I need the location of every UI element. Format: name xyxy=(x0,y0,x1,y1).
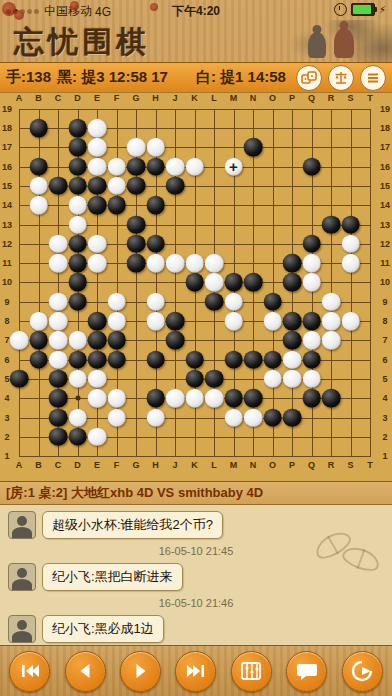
col-label-top: R xyxy=(328,93,335,103)
grid-line xyxy=(273,109,274,457)
black-stone-M4 xyxy=(224,389,243,408)
row-label-right: 6 xyxy=(382,355,387,365)
black-stone-Q8 xyxy=(302,312,321,331)
row-label-right: 5 xyxy=(382,374,387,384)
go-board[interactable]: AA1919BB1818CC1717DD1616EE1515FF1414GG13… xyxy=(0,92,392,481)
white-stone-L4 xyxy=(205,389,224,408)
white-stone-D14 xyxy=(68,196,87,215)
black-stone-R4 xyxy=(322,389,341,408)
user-avatar[interactable] xyxy=(8,563,36,591)
row-label-left: 6 xyxy=(4,355,9,365)
white-stone-E16 xyxy=(88,157,107,176)
white-stone-R7 xyxy=(322,331,341,350)
white-stone-E12 xyxy=(88,235,107,254)
black-stone-B6 xyxy=(29,350,48,369)
battery-icon xyxy=(351,3,375,16)
col-label-top: Q xyxy=(308,93,315,103)
black-stone-Q16 xyxy=(302,157,321,176)
grid-line xyxy=(19,456,371,457)
white-stone-F4 xyxy=(107,389,126,408)
white-stone-F8 xyxy=(107,312,126,331)
blossom-decoration xyxy=(150,3,158,11)
white-stone-L11 xyxy=(205,254,224,273)
white-stone-M8 xyxy=(224,312,243,331)
black-stone-C2 xyxy=(49,428,68,447)
blossom-decoration xyxy=(70,1,79,10)
white-stone-J16 xyxy=(166,157,185,176)
col-label-top: A xyxy=(16,93,23,103)
col-label-bottom: J xyxy=(172,460,177,470)
black-stone-J7 xyxy=(166,331,185,350)
col-label-top: M xyxy=(230,93,238,103)
alarm-icon xyxy=(334,3,347,16)
black-stone-D18 xyxy=(68,119,87,138)
row-label-left: 17 xyxy=(2,142,12,152)
chat-message-row: 纪小飞:黑必成1边 xyxy=(8,615,384,643)
star-point xyxy=(75,396,80,401)
col-label-bottom: Q xyxy=(308,460,315,470)
black-stone-N6 xyxy=(244,350,263,369)
white-stone-M16: + xyxy=(224,157,243,176)
black-stone-E8 xyxy=(88,312,107,331)
row-label-right: 12 xyxy=(380,239,390,249)
white-stone-K16 xyxy=(185,157,204,176)
col-label-bottom: K xyxy=(191,460,198,470)
col-label-top: T xyxy=(367,93,373,103)
chat-panel[interactable]: 超级小水杯:谁能给我2个币?16-05-10 21:45纪小飞:黑把白断进来16… xyxy=(0,505,392,645)
black-stone-H14 xyxy=(146,196,165,215)
row-label-left: 18 xyxy=(2,123,12,133)
white-stone-M3 xyxy=(224,408,243,427)
col-label-top: B xyxy=(35,93,42,103)
row-label-left: 19 xyxy=(2,104,12,114)
black-stone-F14 xyxy=(107,196,126,215)
col-label-bottom: L xyxy=(211,460,217,470)
white-stone-C8 xyxy=(49,312,68,331)
row-label-right: 9 xyxy=(382,297,387,307)
black-stone-H12 xyxy=(146,235,165,254)
black-stone-C3 xyxy=(49,408,68,427)
count-board-button[interactable] xyxy=(231,651,272,692)
black-stone-E14 xyxy=(88,196,107,215)
black-stone-P10 xyxy=(283,273,302,292)
row-label-right: 16 xyxy=(380,162,390,172)
col-label-bottom: R xyxy=(328,460,335,470)
black-stone-A5 xyxy=(10,370,29,389)
white-stone-E18 xyxy=(88,119,107,138)
black-stone-J15 xyxy=(166,177,185,196)
white-stone-H9 xyxy=(146,292,165,311)
black-stone-O9 xyxy=(263,292,282,311)
row-label-right: 11 xyxy=(380,258,390,268)
dice-icon[interactable] xyxy=(296,65,322,91)
row-label-right: 15 xyxy=(380,181,390,191)
white-stone-J11 xyxy=(166,254,185,273)
white-stone-C6 xyxy=(49,350,68,369)
blossom-decoration xyxy=(14,10,24,20)
white-stone-C7 xyxy=(49,331,68,350)
white-stone-H8 xyxy=(146,312,165,331)
room-match-label: [房:1 桌:2] 大地红xhb 4D VS smithbaby 4D xyxy=(6,484,263,502)
chat-timestamp: 16-05-10 21:46 xyxy=(0,597,392,609)
painting-figure xyxy=(334,28,354,58)
white-stone-D3 xyxy=(68,408,87,427)
black-stone-B7 xyxy=(29,331,48,350)
white-stone-S12 xyxy=(341,235,360,254)
row-label-left: 8 xyxy=(4,316,9,326)
black-stone-Q12 xyxy=(302,235,321,254)
row-label-left: 1 xyxy=(4,451,9,461)
col-label-top: F xyxy=(114,93,120,103)
col-label-bottom: B xyxy=(35,460,42,470)
black-stone-J8 xyxy=(166,312,185,331)
exit-button[interactable] xyxy=(342,651,383,692)
white-stone-K11 xyxy=(185,254,204,273)
white-stone-B8 xyxy=(29,312,48,331)
white-stone-H3 xyxy=(146,408,165,427)
white-stone-Q7 xyxy=(302,331,321,350)
white-stone-A7 xyxy=(10,331,29,350)
white-stone-P5 xyxy=(283,370,302,389)
row-label-left: 9 xyxy=(4,297,9,307)
col-label-bottom: M xyxy=(230,460,238,470)
white-player-info: 白: 提1 14:58 xyxy=(196,68,286,87)
col-label-bottom: O xyxy=(269,460,276,470)
row-label-left: 2 xyxy=(4,432,9,442)
col-label-top: L xyxy=(211,93,217,103)
row-label-left: 3 xyxy=(4,413,9,423)
white-stone-L10 xyxy=(205,273,224,292)
black-stone-G12 xyxy=(127,235,146,254)
col-label-top: N xyxy=(250,93,257,103)
black-stone-C4 xyxy=(49,389,68,408)
white-stone-Q11 xyxy=(302,254,321,273)
white-stone-O5 xyxy=(263,370,282,389)
ink-painting xyxy=(212,20,392,62)
scales-icon[interactable] xyxy=(328,65,354,91)
app-title: 忘忧围棋 xyxy=(14,22,150,62)
white-stone-E4 xyxy=(88,389,107,408)
black-stone-S13 xyxy=(341,215,360,234)
row-label-right: 19 xyxy=(380,104,390,114)
white-stone-O8 xyxy=(263,312,282,331)
step-backward-button[interactable] xyxy=(65,651,106,692)
menu-icon[interactable] xyxy=(360,65,386,91)
grid-line xyxy=(370,109,371,457)
row-label-right: 1 xyxy=(382,451,387,461)
black-stone-G13 xyxy=(127,215,146,234)
col-label-bottom: P xyxy=(289,460,295,470)
row-label-left: 14 xyxy=(2,200,12,210)
black-stone-H16 xyxy=(146,157,165,176)
white-stone-C12 xyxy=(49,235,68,254)
chat-bubble: 超级小水杯:谁能给我2个币? xyxy=(42,511,223,539)
row-label-right: 10 xyxy=(380,277,390,287)
col-label-bottom: S xyxy=(347,460,353,470)
col-label-bottom: N xyxy=(250,460,257,470)
bottom-toolbar xyxy=(0,645,392,696)
row-label-left: 4 xyxy=(4,393,9,403)
white-stone-G17 xyxy=(127,138,146,157)
black-stone-D12 xyxy=(68,235,87,254)
black-stone-M10 xyxy=(224,273,243,292)
row-label-left: 15 xyxy=(2,181,12,191)
black-stone-P3 xyxy=(283,408,302,427)
col-label-top: D xyxy=(74,93,81,103)
col-label-bottom: D xyxy=(74,460,81,470)
chat-message-row: 超级小水杯:谁能给我2个币? xyxy=(8,511,384,539)
black-stone-C15 xyxy=(49,177,68,196)
col-label-bottom: T xyxy=(367,460,373,470)
col-label-bottom: E xyxy=(94,460,100,470)
white-stone-R8 xyxy=(322,312,341,331)
chat-bubble: 纪小飞:黑必成1边 xyxy=(42,615,164,643)
black-stone-P7 xyxy=(283,331,302,350)
row-label-right: 8 xyxy=(382,316,387,326)
white-stone-F16 xyxy=(107,157,126,176)
white-stone-Q5 xyxy=(302,370,321,389)
black-stone-L9 xyxy=(205,292,224,311)
black-stone-D10 xyxy=(68,273,87,292)
black-stone-K6 xyxy=(185,350,204,369)
white-stone-B15 xyxy=(29,177,48,196)
black-stone-D2 xyxy=(68,428,87,447)
black-stone-E6 xyxy=(88,350,107,369)
black-stone-B16 xyxy=(29,157,48,176)
row-label-left: 10 xyxy=(2,277,12,287)
row-label-right: 18 xyxy=(380,123,390,133)
black-stone-G16 xyxy=(127,157,146,176)
col-label-bottom: F xyxy=(114,460,120,470)
black-stone-Q4 xyxy=(302,389,321,408)
black-stone-D15 xyxy=(68,177,87,196)
white-stone-B14 xyxy=(29,196,48,215)
fast-backward-button[interactable] xyxy=(9,651,50,692)
white-stone-E2 xyxy=(88,428,107,447)
charging-bolt-icon: ⚡ xyxy=(379,4,386,15)
status-bar: 中国移动 4G 下午4:20 ⚡ xyxy=(0,0,392,20)
row-label-right: 7 xyxy=(382,335,387,345)
white-stone-Q10 xyxy=(302,273,321,292)
black-stone-F7 xyxy=(107,331,126,350)
black-stone-L5 xyxy=(205,370,224,389)
black-stone-P8 xyxy=(283,312,302,331)
grid-line xyxy=(351,109,352,457)
white-stone-E11 xyxy=(88,254,107,273)
col-label-top: G xyxy=(132,93,139,103)
col-label-top: J xyxy=(172,93,177,103)
black-stone-K5 xyxy=(185,370,204,389)
white-stone-E17 xyxy=(88,138,107,157)
black-stone-G11 xyxy=(127,254,146,273)
white-stone-P6 xyxy=(283,350,302,369)
last-move-marker: + xyxy=(229,159,238,174)
white-stone-S8 xyxy=(341,312,360,331)
black-stone-P11 xyxy=(283,254,302,273)
app-banner: 忘忧围棋 xyxy=(0,20,392,62)
black-stone-E7 xyxy=(88,331,107,350)
chat-button[interactable] xyxy=(286,651,327,692)
fast-forward-button[interactable] xyxy=(175,651,216,692)
white-stone-N3 xyxy=(244,408,263,427)
black-stone-B18 xyxy=(29,119,48,138)
white-stone-F3 xyxy=(107,408,126,427)
row-label-right: 14 xyxy=(380,200,390,210)
white-stone-F9 xyxy=(107,292,126,311)
room-bar: [房:1 桌:2] 大地红xhb 4D VS smithbaby 4D xyxy=(0,481,392,505)
painting-figure xyxy=(308,32,326,58)
black-stone-D16 xyxy=(68,157,87,176)
col-label-top: H xyxy=(152,93,159,103)
black-stone-K10 xyxy=(185,273,204,292)
chat-message-row: 纪小飞:黑把白断进来 xyxy=(8,563,384,591)
row-label-right: 17 xyxy=(380,142,390,152)
black-stone-E15 xyxy=(88,177,107,196)
white-stone-D7 xyxy=(68,331,87,350)
black-stone-C5 xyxy=(49,370,68,389)
game-info-bar: 手:138 黑: 提3 12:58 17 白: 提1 14:58 xyxy=(0,62,392,92)
black-stone-N10 xyxy=(244,273,263,292)
col-label-top: S xyxy=(347,93,353,103)
white-stone-D13 xyxy=(68,215,87,234)
black-stone-D11 xyxy=(68,254,87,273)
row-label-right: 4 xyxy=(382,393,387,403)
black-stone-N17 xyxy=(244,138,263,157)
col-label-bottom: C xyxy=(55,460,62,470)
chat-bubble: 纪小飞:黑把白断进来 xyxy=(42,563,183,591)
black-stone-F6 xyxy=(107,350,126,369)
black-stone-D6 xyxy=(68,350,87,369)
row-label-left: 12 xyxy=(2,239,12,249)
row-label-left: 11 xyxy=(2,258,12,268)
black-stone-O3 xyxy=(263,408,282,427)
row-label-left: 13 xyxy=(2,220,12,230)
col-label-top: P xyxy=(289,93,295,103)
black-stone-D17 xyxy=(68,138,87,157)
white-stone-C11 xyxy=(49,254,68,273)
col-label-top: O xyxy=(269,93,276,103)
black-stone-O6 xyxy=(263,350,282,369)
white-stone-H17 xyxy=(146,138,165,157)
col-label-bottom: G xyxy=(132,460,139,470)
white-stone-J4 xyxy=(166,389,185,408)
black-stone-M6 xyxy=(224,350,243,369)
white-stone-E5 xyxy=(88,370,107,389)
black-stone-R13 xyxy=(322,215,341,234)
col-label-bottom: H xyxy=(152,460,159,470)
user-avatar[interactable] xyxy=(8,511,36,539)
black-player-info: 黑: 提3 12:58 17 xyxy=(57,68,168,87)
row-label-right: 2 xyxy=(382,432,387,442)
white-stone-H11 xyxy=(146,254,165,273)
white-stone-D5 xyxy=(68,370,87,389)
row-label-right: 3 xyxy=(382,413,387,423)
black-stone-N4 xyxy=(244,389,263,408)
white-stone-F15 xyxy=(107,177,126,196)
step-forward-button[interactable] xyxy=(120,651,161,692)
col-label-bottom: A xyxy=(16,460,23,470)
col-label-top: K xyxy=(191,93,198,103)
white-stone-C9 xyxy=(49,292,68,311)
white-stone-K4 xyxy=(185,389,204,408)
black-stone-H4 xyxy=(146,389,165,408)
white-stone-S11 xyxy=(341,254,360,273)
row-label-left: 16 xyxy=(2,162,12,172)
move-number-label: 手:138 xyxy=(6,68,51,87)
black-stone-D9 xyxy=(68,292,87,311)
col-label-top: C xyxy=(55,93,62,103)
white-stone-R9 xyxy=(322,292,341,311)
black-stone-H6 xyxy=(146,350,165,369)
black-stone-Q6 xyxy=(302,350,321,369)
row-label-right: 13 xyxy=(380,220,390,230)
black-stone-G15 xyxy=(127,177,146,196)
user-avatar[interactable] xyxy=(8,615,36,643)
col-label-top: E xyxy=(94,93,100,103)
white-stone-M9 xyxy=(224,292,243,311)
